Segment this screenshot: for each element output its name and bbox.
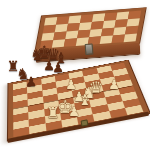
chess-set-product-photo: ♜♞♟♞♚♛♝♟♟♟♞♟♝♜♚♟♛♟ <box>0 0 150 150</box>
white-pawn-piece: ♟ <box>101 78 127 91</box>
white-pawn-piece: ♟ <box>61 105 87 118</box>
black-pawn-piece: ♟ <box>18 75 44 88</box>
black-pawn-piece: ♟ <box>45 61 71 74</box>
pieces-layer: ♜♞♟♞♚♛♝♟♟♟♞♟♝♜♚♟♛♟ <box>0 0 150 150</box>
